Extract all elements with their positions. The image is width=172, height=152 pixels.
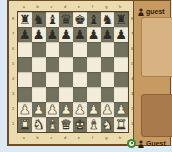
square-d5[interactable] xyxy=(59,57,73,72)
square-g3[interactable] xyxy=(101,87,115,102)
square-g2[interactable]: ♟ xyxy=(101,102,115,117)
chess-board-frame: abcdefgh abcdefgh 87654321 87654321 ♜♞♝♛… xyxy=(8,0,134,145)
rank-label-3: 3 xyxy=(129,86,135,101)
square-c7[interactable]: ♟ xyxy=(46,27,60,42)
file-label-b: b xyxy=(31,3,45,10)
chess-app-window: abcdefgh abcdefgh 87654321 87654321 ♜♞♝♛… xyxy=(0,0,172,152)
piece-black-bishop[interactable]: ♝ xyxy=(47,13,59,26)
piece-white-bishop[interactable]: ♝ xyxy=(47,118,59,131)
square-h5[interactable] xyxy=(114,57,128,72)
square-e7[interactable]: ♟ xyxy=(73,27,87,42)
square-c4[interactable] xyxy=(46,72,60,87)
piece-black-pawn[interactable]: ♟ xyxy=(115,28,127,41)
piece-white-knight[interactable]: ♞ xyxy=(33,118,45,131)
square-e8[interactable]: ♚ xyxy=(73,12,87,27)
square-d6[interactable] xyxy=(59,42,73,57)
square-f7[interactable]: ♟ xyxy=(87,27,101,42)
rank-label-7: 7 xyxy=(129,26,135,41)
rank-label-5: 5 xyxy=(129,56,135,71)
square-f8[interactable]: ♝ xyxy=(87,12,101,27)
square-e1[interactable]: ♚ xyxy=(73,117,87,132)
piece-black-knight[interactable]: ♞ xyxy=(33,13,45,26)
square-h4[interactable] xyxy=(114,72,128,87)
rank-labels-right: 87654321 xyxy=(129,11,135,131)
piece-black-pawn[interactable]: ♟ xyxy=(19,28,31,41)
square-h3[interactable] xyxy=(114,87,128,102)
green-status-lamp-icon xyxy=(127,139,136,148)
piece-black-rook[interactable]: ♜ xyxy=(115,13,127,26)
square-c2[interactable]: ♟ xyxy=(46,102,60,117)
square-f2[interactable]: ♟ xyxy=(87,102,101,117)
square-a7[interactable]: ♟ xyxy=(18,27,32,42)
rank-label-5: 5 xyxy=(10,56,16,71)
piece-white-bishop[interactable]: ♝ xyxy=(88,118,100,131)
file-label-c: c xyxy=(45,134,59,141)
chess-board[interactable]: ♜♞♝♛♚♝♞♜♟♟♟♟♟♟♟♟♟♟♟♟♟♟♟♟♜♞♝♛♚♝♞♜ xyxy=(17,11,129,133)
piece-white-pawn[interactable]: ♟ xyxy=(74,103,86,116)
square-b4[interactable] xyxy=(32,72,46,87)
square-c3[interactable] xyxy=(46,87,60,102)
square-a3[interactable] xyxy=(18,87,32,102)
square-d3[interactable] xyxy=(59,87,73,102)
rank-labels-left: 87654321 xyxy=(10,11,16,131)
file-label-e: e xyxy=(72,3,86,10)
person-icon xyxy=(138,134,144,152)
piece-white-king[interactable]: ♚ xyxy=(74,118,86,131)
square-a1[interactable]: ♜ xyxy=(18,117,32,132)
square-g6[interactable] xyxy=(101,42,115,57)
square-e4[interactable] xyxy=(73,72,87,87)
piece-black-rook[interactable]: ♜ xyxy=(19,13,31,26)
square-f3[interactable] xyxy=(87,87,101,102)
file-label-g: g xyxy=(100,134,114,141)
top-user-row: guest xyxy=(138,2,165,20)
piece-black-pawn[interactable]: ♟ xyxy=(102,28,114,41)
square-f4[interactable] xyxy=(87,72,101,87)
square-h6[interactable] xyxy=(114,42,128,57)
square-b3[interactable] xyxy=(32,87,46,102)
rank-label-8: 8 xyxy=(10,11,16,26)
square-h1[interactable]: ♜ xyxy=(114,117,128,132)
piece-white-rook[interactable]: ♜ xyxy=(115,118,127,131)
piece-white-pawn[interactable]: ♟ xyxy=(88,103,100,116)
square-e6[interactable] xyxy=(73,42,87,57)
rank-label-8: 8 xyxy=(129,11,135,26)
rank-label-2: 2 xyxy=(129,101,135,116)
square-g7[interactable]: ♟ xyxy=(101,27,115,42)
square-c1[interactable]: ♝ xyxy=(46,117,60,132)
person-icon xyxy=(138,2,144,20)
square-b8[interactable]: ♞ xyxy=(32,12,46,27)
file-labels-bottom: abcdefgh xyxy=(17,134,127,141)
square-b6[interactable] xyxy=(32,42,46,57)
panel-box-bottom xyxy=(141,94,172,137)
file-label-h: h xyxy=(113,3,127,10)
square-g1[interactable]: ♞ xyxy=(101,117,115,132)
piece-black-king[interactable]: ♚ xyxy=(74,13,86,26)
piece-black-pawn[interactable]: ♟ xyxy=(74,28,86,41)
piece-black-bishop[interactable]: ♝ xyxy=(88,13,100,26)
square-g4[interactable] xyxy=(101,72,115,87)
file-label-f: f xyxy=(86,134,100,141)
square-f6[interactable] xyxy=(87,42,101,57)
file-label-d: d xyxy=(58,134,72,141)
piece-black-pawn[interactable]: ♟ xyxy=(33,28,45,41)
piece-white-pawn[interactable]: ♟ xyxy=(102,103,114,116)
piece-white-knight[interactable]: ♞ xyxy=(102,118,114,131)
piece-white-pawn[interactable]: ♟ xyxy=(33,103,45,116)
file-label-e: e xyxy=(72,134,86,141)
file-label-a: a xyxy=(17,3,31,10)
square-e2[interactable]: ♟ xyxy=(73,102,87,117)
file-label-h: h xyxy=(113,134,127,141)
square-d8[interactable]: ♛ xyxy=(59,12,73,27)
panel-box-top xyxy=(141,17,172,77)
square-b2[interactable]: ♟ xyxy=(32,102,46,117)
square-h8[interactable]: ♜ xyxy=(114,12,128,27)
square-a4[interactable] xyxy=(18,72,32,87)
file-label-f: f xyxy=(86,3,100,10)
square-h7[interactable]: ♟ xyxy=(114,27,128,42)
file-label-b: b xyxy=(31,134,45,141)
square-e5[interactable] xyxy=(73,57,87,72)
rank-label-6: 6 xyxy=(10,41,16,56)
square-a8[interactable]: ♜ xyxy=(18,12,32,27)
piece-white-pawn[interactable]: ♟ xyxy=(60,103,72,116)
square-b1[interactable]: ♞ xyxy=(32,117,46,132)
file-label-c: c xyxy=(45,3,59,10)
square-b5[interactable] xyxy=(32,57,46,72)
piece-white-pawn[interactable]: ♟ xyxy=(115,103,127,116)
rank-label-1: 1 xyxy=(129,116,135,131)
piece-black-pawn[interactable]: ♟ xyxy=(60,28,72,41)
square-g8[interactable]: ♞ xyxy=(101,12,115,27)
square-d4[interactable] xyxy=(59,72,73,87)
file-label-a: a xyxy=(17,134,31,141)
rank-label-1: 1 xyxy=(10,116,16,131)
file-label-g: g xyxy=(100,3,114,10)
rank-label-2: 2 xyxy=(10,101,16,116)
square-a2[interactable]: ♟ xyxy=(18,102,32,117)
square-c5[interactable] xyxy=(46,57,60,72)
square-a5[interactable] xyxy=(18,57,32,72)
piece-black-pawn[interactable]: ♟ xyxy=(47,28,59,41)
top-user-label: guest xyxy=(146,8,165,15)
piece-white-pawn[interactable]: ♟ xyxy=(19,103,31,116)
bottom-status-row: Guest xyxy=(127,134,166,152)
rank-label-7: 7 xyxy=(10,26,16,41)
square-e3[interactable] xyxy=(73,87,87,102)
piece-black-pawn[interactable]: ♟ xyxy=(88,28,100,41)
square-c6[interactable] xyxy=(46,42,60,57)
rank-label-4: 4 xyxy=(10,71,16,86)
square-g5[interactable] xyxy=(101,57,115,72)
square-a6[interactable] xyxy=(18,42,32,57)
file-label-d: d xyxy=(58,3,72,10)
square-c8[interactable]: ♝ xyxy=(46,12,60,27)
square-d7[interactable]: ♟ xyxy=(59,27,73,42)
piece-white-pawn[interactable]: ♟ xyxy=(47,103,59,116)
square-f1[interactable]: ♝ xyxy=(87,117,101,132)
piece-white-queen[interactable]: ♛ xyxy=(60,118,72,131)
square-d1[interactable]: ♛ xyxy=(59,117,73,132)
square-d2[interactable]: ♟ xyxy=(59,102,73,117)
piece-white-rook[interactable]: ♜ xyxy=(19,118,31,131)
square-f5[interactable] xyxy=(87,57,101,72)
bottom-user-label: Guest xyxy=(146,140,166,147)
piece-black-knight[interactable]: ♞ xyxy=(102,13,114,26)
square-h2[interactable]: ♟ xyxy=(114,102,128,117)
piece-black-queen[interactable]: ♛ xyxy=(60,13,72,26)
rank-label-3: 3 xyxy=(10,86,16,101)
rank-label-6: 6 xyxy=(129,41,135,56)
rank-label-4: 4 xyxy=(129,71,135,86)
file-labels-top: abcdefgh xyxy=(17,3,127,10)
square-b7[interactable]: ♟ xyxy=(32,27,46,42)
